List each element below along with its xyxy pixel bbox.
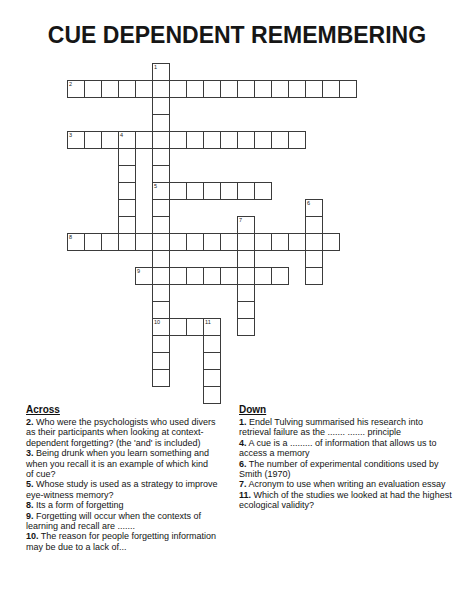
grid-cell-r9c5[interactable] bbox=[152, 216, 170, 234]
clue-text: Which of the studies we looked at had th… bbox=[239, 490, 452, 510]
grid-cell-r10c14[interactable] bbox=[305, 233, 323, 251]
grid-cell-r13c10[interactable] bbox=[237, 284, 255, 302]
clue-across-9: 9. Forgetting will occur when the contex… bbox=[26, 511, 218, 532]
grid-cell-r1c4[interactable] bbox=[135, 80, 153, 98]
grid-cell-r10c1[interactable] bbox=[84, 233, 102, 251]
grid-cell-r17c5[interactable] bbox=[152, 352, 170, 370]
grid-cell-r12c6[interactable] bbox=[169, 267, 187, 285]
clue-down-7: 7. Acronym to use when writing an evalua… bbox=[239, 479, 457, 489]
across-clues-column: Across 2. Who were the psychologists who… bbox=[26, 404, 218, 552]
clue-number: 7. bbox=[239, 479, 247, 489]
clue-text: A cue is a ......... of information that… bbox=[239, 438, 437, 458]
clue-number: 8. bbox=[26, 500, 34, 510]
grid-cell-r12c9[interactable] bbox=[220, 267, 238, 285]
grid-cell-r12c11[interactable] bbox=[254, 267, 272, 285]
grid-cell-r4c9[interactable] bbox=[220, 131, 238, 149]
grid-cell-r12c10[interactable] bbox=[237, 267, 255, 285]
cell-number-6: 6 bbox=[307, 200, 310, 207]
grid-cell-r10c12[interactable] bbox=[271, 233, 289, 251]
across-header: Across bbox=[26, 404, 218, 415]
grid-cell-r12c7[interactable] bbox=[186, 267, 204, 285]
grid-cell-r6c5[interactable] bbox=[152, 165, 170, 183]
grid-cell-r4c4[interactable] bbox=[135, 131, 153, 149]
grid-cell-r15c6[interactable] bbox=[169, 318, 187, 336]
grid-cell-r1c11[interactable] bbox=[254, 80, 272, 98]
grid-cell-r10c7[interactable] bbox=[186, 233, 204, 251]
clue-text: Whose study is used as a strategy to imp… bbox=[26, 479, 218, 499]
grid-cell-r4c10[interactable] bbox=[237, 131, 255, 149]
grid-cell-r6c3[interactable] bbox=[118, 165, 136, 183]
grid-cell-r4c7[interactable] bbox=[186, 131, 204, 149]
cell-number-2: 2 bbox=[69, 81, 72, 88]
grid-cell-r1c9[interactable] bbox=[220, 80, 238, 98]
grid-cell-r15c7[interactable] bbox=[186, 318, 204, 336]
clue-down-6: 6. The number of experimental conditions… bbox=[239, 459, 457, 480]
grid-cell-r1c7[interactable] bbox=[186, 80, 204, 98]
grid-cell-r0c5[interactable]: 1 bbox=[152, 63, 170, 81]
clue-across-3: 3. Being drunk when you learn something … bbox=[26, 448, 218, 479]
grid-cell-r2c5[interactable] bbox=[152, 97, 170, 115]
grid-cell-r1c15[interactable] bbox=[322, 80, 340, 98]
clue-across-2: 2. Who were the psychologists who used d… bbox=[26, 417, 218, 448]
crossword-worksheet: CUE DEPENDENT REMEMBERING 1234567891011 … bbox=[0, 0, 474, 613]
grid-cell-r11c14[interactable] bbox=[305, 250, 323, 268]
clue-number: 3. bbox=[26, 448, 34, 458]
grid-cell-r4c0[interactable]: 3 bbox=[67, 131, 85, 149]
grid-cell-r10c4[interactable] bbox=[135, 233, 153, 251]
grid-cell-r16c8[interactable] bbox=[203, 335, 221, 353]
grid-cell-r14c10[interactable] bbox=[237, 301, 255, 319]
grid-cell-r4c6[interactable] bbox=[169, 131, 187, 149]
grid-cell-r10c9[interactable] bbox=[220, 233, 238, 251]
grid-cell-r10c13[interactable] bbox=[288, 233, 306, 251]
clue-text: Acronym to use when writing an evaluatio… bbox=[247, 479, 446, 489]
cell-number-11: 11 bbox=[205, 319, 211, 326]
grid-cell-r7c7[interactable] bbox=[186, 182, 204, 200]
grid-cell-r1c12[interactable] bbox=[271, 80, 289, 98]
grid-cell-r3c5[interactable] bbox=[152, 114, 170, 132]
grid-cell-r11c10[interactable] bbox=[237, 250, 255, 268]
grid-cell-r10c5[interactable] bbox=[152, 233, 170, 251]
grid-cell-r11c5[interactable] bbox=[152, 250, 170, 268]
grid-cell-r1c8[interactable] bbox=[203, 80, 221, 98]
grid-cell-r10c2[interactable] bbox=[101, 233, 119, 251]
grid-cell-r12c12[interactable] bbox=[271, 267, 289, 285]
clue-number: 5. bbox=[26, 479, 34, 489]
cell-number-4: 4 bbox=[120, 132, 123, 139]
grid-cell-r18c8[interactable] bbox=[203, 369, 221, 387]
page-title: CUE DEPENDENT REMEMBERING bbox=[0, 22, 474, 49]
grid-cell-r1c16[interactable] bbox=[339, 80, 357, 98]
clue-text: Being drunk when you learn something and… bbox=[26, 448, 209, 479]
cell-number-9: 9 bbox=[137, 268, 140, 275]
grid-cell-r15c8[interactable]: 11 bbox=[203, 318, 221, 336]
cell-number-1: 1 bbox=[154, 64, 157, 71]
grid-cell-r4c13[interactable] bbox=[288, 131, 306, 149]
grid-cell-r10c11[interactable] bbox=[254, 233, 272, 251]
grid-cell-r16c5[interactable] bbox=[152, 335, 170, 353]
grid-cell-r9c3[interactable] bbox=[118, 216, 136, 234]
cell-number-5: 5 bbox=[154, 183, 157, 190]
grid-cell-r1c10[interactable] bbox=[237, 80, 255, 98]
clue-number: 10. bbox=[26, 531, 39, 541]
grid-cell-r5c5[interactable] bbox=[152, 148, 170, 166]
grid-cell-r8c3[interactable] bbox=[118, 199, 136, 217]
clue-number: 9. bbox=[26, 511, 34, 521]
clue-across-8: 8. Its a form of forgetting bbox=[26, 500, 218, 510]
grid-cell-r10c6[interactable] bbox=[169, 233, 187, 251]
grid-cell-r1c1[interactable] bbox=[84, 80, 102, 98]
clue-text: The reason for people forgetting informa… bbox=[26, 531, 216, 551]
grid-cell-r7c9[interactable] bbox=[220, 182, 238, 200]
cell-number-7: 7 bbox=[239, 217, 242, 224]
grid-cell-r4c5[interactable] bbox=[152, 131, 170, 149]
grid-cell-r1c5[interactable] bbox=[152, 80, 170, 98]
grid-cell-r7c3[interactable] bbox=[118, 182, 136, 200]
grid-cell-r8c14[interactable]: 6 bbox=[305, 199, 323, 217]
down-header: Down bbox=[239, 404, 457, 415]
grid-cell-r7c11[interactable] bbox=[254, 182, 272, 200]
grid-cell-r15c10[interactable] bbox=[237, 318, 255, 336]
clue-across-5: 5. Whose study is used as a strategy to … bbox=[26, 479, 218, 500]
grid-cell-r9c14[interactable] bbox=[305, 216, 323, 234]
clue-number: 11. bbox=[239, 490, 251, 500]
clue-number: 1. bbox=[239, 417, 247, 427]
grid-cell-r7c6[interactable] bbox=[169, 182, 187, 200]
grid-cell-r4c2[interactable] bbox=[101, 131, 119, 149]
grid-cell-r4c3[interactable]: 4 bbox=[118, 131, 136, 149]
grid-cell-r7c5[interactable]: 5 bbox=[152, 182, 170, 200]
across-clue-list: 2. Who were the psychologists who used d… bbox=[26, 417, 218, 552]
grid-cell-r4c11[interactable] bbox=[254, 131, 272, 149]
clue-down-1: 1. Endel Tulving summarised his research… bbox=[239, 417, 457, 438]
grid-cell-r10c0[interactable]: 8 bbox=[67, 233, 85, 251]
grid-cell-r1c3[interactable] bbox=[118, 80, 136, 98]
clue-down-4: 4. A cue is a ......... of information t… bbox=[239, 438, 457, 459]
grid-cell-r12c8[interactable] bbox=[203, 267, 221, 285]
grid-cell-r10c10[interactable] bbox=[237, 233, 255, 251]
cell-number-3: 3 bbox=[69, 132, 72, 139]
grid-cell-r10c15[interactable] bbox=[322, 233, 340, 251]
clue-across-10: 10. The reason for people forgetting inf… bbox=[26, 531, 218, 552]
down-clues-column: Down 1. Endel Tulving summarised his res… bbox=[239, 404, 457, 511]
grid-cell-r1c2[interactable] bbox=[101, 80, 119, 98]
grid-cell-r17c8[interactable] bbox=[203, 352, 221, 370]
grid-cell-r4c1[interactable] bbox=[84, 131, 102, 149]
grid-cell-r19c8[interactable] bbox=[203, 386, 221, 404]
grid-cell-r4c12[interactable] bbox=[271, 131, 289, 149]
grid-cell-r1c13[interactable] bbox=[288, 80, 306, 98]
clue-text: Endel Tulving summarised his research in… bbox=[239, 417, 423, 437]
grid-cell-r7c10[interactable] bbox=[237, 182, 255, 200]
clue-text: Who were the psychologists who used dive… bbox=[26, 417, 216, 448]
cell-number-8: 8 bbox=[69, 234, 72, 241]
grid-cell-r1c14[interactable] bbox=[305, 80, 323, 98]
clue-down-11: 11. Which of the studies we looked at ha… bbox=[239, 490, 457, 511]
grid-cell-r10c8[interactable] bbox=[203, 233, 221, 251]
grid-cell-r14c5[interactable] bbox=[152, 301, 170, 319]
grid-cell-r9c10[interactable]: 7 bbox=[237, 216, 255, 234]
clue-text: Its a form of forgetting bbox=[34, 500, 124, 510]
clue-number: 4. bbox=[239, 438, 247, 448]
grid-cell-r1c0[interactable]: 2 bbox=[67, 80, 85, 98]
clue-number: 2. bbox=[26, 417, 34, 427]
clue-number: 6. bbox=[239, 459, 247, 469]
grid-cell-r13c5[interactable] bbox=[152, 284, 170, 302]
down-clue-list: 1. Endel Tulving summarised his research… bbox=[239, 417, 457, 511]
grid-cell-r18c5[interactable] bbox=[152, 369, 170, 387]
grid-cell-r12c5[interactable] bbox=[152, 267, 170, 285]
grid-cell-r10c3[interactable] bbox=[118, 233, 136, 251]
grid-cell-r4c8[interactable] bbox=[203, 131, 221, 149]
crossword-grid: 1234567891011 bbox=[67, 63, 356, 403]
cell-number-10: 10 bbox=[154, 319, 160, 326]
grid-cell-r12c14[interactable] bbox=[305, 267, 323, 285]
grid-cell-r15c5[interactable]: 10 bbox=[152, 318, 170, 336]
grid-cell-r8c5[interactable] bbox=[152, 199, 170, 217]
grid-cell-r1c6[interactable] bbox=[169, 80, 187, 98]
grid-cell-r7c8[interactable] bbox=[203, 182, 221, 200]
clue-text: The number of experimental conditions us… bbox=[239, 459, 438, 479]
clue-text: Forgetting will occur when the contexts … bbox=[26, 511, 201, 531]
grid-cell-r5c3[interactable] bbox=[118, 148, 136, 166]
grid-cell-r12c4[interactable]: 9 bbox=[135, 267, 153, 285]
